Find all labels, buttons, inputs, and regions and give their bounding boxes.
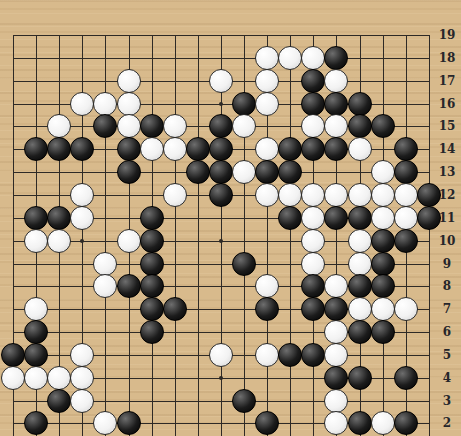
- stone-black[interactable]: [301, 137, 325, 161]
- stone-white[interactable]: [324, 320, 348, 344]
- grid-line-vertical: [175, 35, 176, 436]
- row-label: 16: [434, 98, 460, 110]
- stone-black[interactable]: [186, 137, 210, 161]
- stone-black[interactable]: [209, 183, 233, 207]
- stone-black[interactable]: [371, 252, 395, 276]
- stone-black[interactable]: [348, 114, 372, 138]
- stone-white[interactable]: [163, 137, 187, 161]
- stone-white[interactable]: [324, 343, 348, 367]
- stone-black[interactable]: [1, 343, 25, 367]
- stone-white[interactable]: [255, 343, 279, 367]
- stone-white[interactable]: [24, 366, 48, 390]
- stone-white[interactable]: [394, 206, 418, 230]
- stone-black[interactable]: [371, 320, 395, 344]
- stone-black[interactable]: [209, 160, 233, 184]
- grid-line-vertical: [290, 35, 291, 436]
- stone-white[interactable]: [324, 183, 348, 207]
- stone-white[interactable]: [140, 137, 164, 161]
- stone-white[interactable]: [348, 229, 372, 253]
- stone-white[interactable]: [301, 114, 325, 138]
- stone-black[interactable]: [394, 229, 418, 253]
- stone-white[interactable]: [255, 274, 279, 298]
- row-label: 2: [434, 417, 460, 429]
- stone-white[interactable]: [371, 411, 395, 435]
- stone-black[interactable]: [140, 320, 164, 344]
- stone-black[interactable]: [324, 366, 348, 390]
- stone-black[interactable]: [209, 114, 233, 138]
- stone-white[interactable]: [324, 411, 348, 435]
- stone-white[interactable]: [93, 274, 117, 298]
- stone-black[interactable]: [394, 137, 418, 161]
- stone-black[interactable]: [117, 137, 141, 161]
- stone-black[interactable]: [140, 229, 164, 253]
- stone-black[interactable]: [232, 389, 256, 413]
- stone-white[interactable]: [163, 183, 187, 207]
- stone-black[interactable]: [371, 274, 395, 298]
- stone-black[interactable]: [301, 274, 325, 298]
- stone-black[interactable]: [140, 297, 164, 321]
- stone-white[interactable]: [70, 366, 94, 390]
- stone-white[interactable]: [301, 206, 325, 230]
- stone-white[interactable]: [301, 252, 325, 276]
- stone-white[interactable]: [324, 274, 348, 298]
- stone-black[interactable]: [117, 160, 141, 184]
- stone-black[interactable]: [93, 114, 117, 138]
- stone-black[interactable]: [348, 366, 372, 390]
- stone-black[interactable]: [301, 69, 325, 93]
- stone-white[interactable]: [24, 297, 48, 321]
- stone-white[interactable]: [70, 389, 94, 413]
- star-point: [219, 239, 223, 243]
- stone-white[interactable]: [47, 114, 71, 138]
- stone-white[interactable]: [278, 46, 302, 70]
- row-label: 15: [434, 120, 460, 132]
- stone-black[interactable]: [140, 206, 164, 230]
- stone-white[interactable]: [371, 183, 395, 207]
- stone-white[interactable]: [348, 252, 372, 276]
- stone-black[interactable]: [324, 137, 348, 161]
- grid-line-horizontal: [13, 35, 430, 36]
- stone-black[interactable]: [324, 297, 348, 321]
- stone-black[interactable]: [324, 92, 348, 116]
- row-label: 8: [434, 280, 460, 292]
- row-label: 5: [434, 349, 460, 361]
- row-label: 4: [434, 372, 460, 384]
- grid-line-horizontal: [13, 58, 430, 59]
- stone-black[interactable]: [348, 411, 372, 435]
- stone-white[interactable]: [232, 114, 256, 138]
- stone-black[interactable]: [117, 274, 141, 298]
- stone-black[interactable]: [371, 114, 395, 138]
- star-point: [219, 102, 223, 106]
- stone-black[interactable]: [348, 274, 372, 298]
- stone-white[interactable]: [1, 366, 25, 390]
- stone-black[interactable]: [163, 297, 187, 321]
- row-label: 10: [434, 235, 460, 247]
- stone-black[interactable]: [278, 137, 302, 161]
- stone-white[interactable]: [301, 229, 325, 253]
- stone-black[interactable]: [140, 114, 164, 138]
- stone-white[interactable]: [348, 183, 372, 207]
- stone-black[interactable]: [394, 411, 418, 435]
- row-label: 19: [434, 29, 460, 41]
- stone-white[interactable]: [70, 343, 94, 367]
- grid-line-vertical: [198, 35, 199, 436]
- grid-line-vertical: [429, 35, 430, 436]
- stone-white[interactable]: [255, 69, 279, 93]
- stone-white[interactable]: [394, 183, 418, 207]
- row-label: 17: [434, 75, 460, 87]
- row-label: 7: [434, 303, 460, 315]
- stone-white[interactable]: [209, 343, 233, 367]
- stone-black[interactable]: [278, 343, 302, 367]
- stone-black[interactable]: [232, 252, 256, 276]
- stone-white[interactable]: [324, 389, 348, 413]
- stone-black[interactable]: [348, 92, 372, 116]
- stone-black[interactable]: [348, 206, 372, 230]
- row-label: 11: [434, 212, 460, 224]
- stone-black[interactable]: [371, 229, 395, 253]
- stone-white[interactable]: [47, 229, 71, 253]
- row-label: 6: [434, 326, 460, 338]
- row-label: 12: [434, 189, 460, 201]
- stone-black[interactable]: [24, 343, 48, 367]
- stone-white[interactable]: [70, 92, 94, 116]
- stone-white[interactable]: [163, 114, 187, 138]
- stone-black[interactable]: [24, 206, 48, 230]
- stone-white[interactable]: [324, 69, 348, 93]
- stone-black[interactable]: [394, 366, 418, 390]
- stone-white[interactable]: [371, 160, 395, 184]
- stone-white[interactable]: [394, 297, 418, 321]
- stone-white[interactable]: [117, 92, 141, 116]
- stone-white[interactable]: [301, 46, 325, 70]
- stone-white[interactable]: [255, 92, 279, 116]
- stone-black[interactable]: [186, 160, 210, 184]
- stone-black[interactable]: [301, 297, 325, 321]
- go-board[interactable]: 1918171615141312111098765432: [0, 0, 461, 436]
- row-label: 18: [434, 52, 460, 64]
- stone-white[interactable]: [301, 183, 325, 207]
- stone-black[interactable]: [24, 411, 48, 435]
- stone-black[interactable]: [47, 137, 71, 161]
- stone-black[interactable]: [301, 92, 325, 116]
- stone-black[interactable]: [24, 320, 48, 344]
- stone-black[interactable]: [47, 389, 71, 413]
- stone-black[interactable]: [348, 320, 372, 344]
- stone-white[interactable]: [255, 46, 279, 70]
- stone-black[interactable]: [70, 137, 94, 161]
- stone-white[interactable]: [93, 92, 117, 116]
- stone-white[interactable]: [348, 297, 372, 321]
- stone-black[interactable]: [278, 160, 302, 184]
- stone-black[interactable]: [301, 343, 325, 367]
- stone-black[interactable]: [232, 92, 256, 116]
- stone-black[interactable]: [47, 206, 71, 230]
- stone-white[interactable]: [70, 183, 94, 207]
- row-label: 9: [434, 258, 460, 270]
- stone-black[interactable]: [394, 160, 418, 184]
- stone-black[interactable]: [209, 137, 233, 161]
- row-label: 3: [434, 395, 460, 407]
- stone-white[interactable]: [232, 160, 256, 184]
- stone-black[interactable]: [255, 411, 279, 435]
- stone-white[interactable]: [117, 229, 141, 253]
- stone-white[interactable]: [117, 114, 141, 138]
- row-label: 14: [434, 143, 460, 155]
- stone-white[interactable]: [371, 206, 395, 230]
- stone-black[interactable]: [117, 411, 141, 435]
- stone-white[interactable]: [255, 183, 279, 207]
- stone-white[interactable]: [70, 206, 94, 230]
- stone-black[interactable]: [140, 274, 164, 298]
- stone-black[interactable]: [255, 297, 279, 321]
- star-point: [80, 239, 84, 243]
- stone-white[interactable]: [255, 137, 279, 161]
- star-point: [219, 376, 223, 380]
- stone-black[interactable]: [24, 137, 48, 161]
- row-label: 13: [434, 166, 460, 178]
- stone-white[interactable]: [93, 252, 117, 276]
- stone-black[interactable]: [140, 252, 164, 276]
- stone-white[interactable]: [348, 137, 372, 161]
- stone-white[interactable]: [324, 114, 348, 138]
- stone-white[interactable]: [278, 183, 302, 207]
- stone-black[interactable]: [255, 160, 279, 184]
- stone-white[interactable]: [24, 229, 48, 253]
- stone-black[interactable]: [324, 46, 348, 70]
- stone-white[interactable]: [47, 366, 71, 390]
- stone-white[interactable]: [117, 69, 141, 93]
- stone-white[interactable]: [93, 411, 117, 435]
- stone-white[interactable]: [371, 297, 395, 321]
- stone-black[interactable]: [278, 206, 302, 230]
- stone-black[interactable]: [324, 206, 348, 230]
- stone-white[interactable]: [209, 69, 233, 93]
